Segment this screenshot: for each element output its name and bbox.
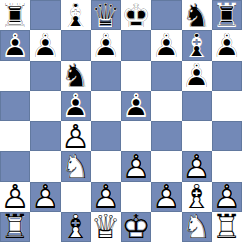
square-a5[interactable]	[0, 91, 30, 121]
square-a4[interactable]	[0, 121, 30, 151]
chess-board: ♜♖♝♗♛♕♚♔♞♘♜♖♟♙♟♙♟♙♟♙♝♗♟♙♞♘♟♙♟♙♟♙♟♙♞♘♟♙♟♙…	[0, 0, 242, 242]
piece-outline-layer: ♙	[212, 30, 242, 60]
square-e4[interactable]	[121, 121, 151, 151]
black-pawn[interactable]: ♟♙	[0, 30, 30, 60]
piece-fill-layer: ♞	[182, 212, 212, 242]
piece-fill-layer: ♟	[121, 151, 151, 181]
black-knight[interactable]: ♞♘	[182, 0, 212, 30]
piece-fill-layer: ♟	[30, 182, 60, 212]
piece-outline-layer: ♕	[91, 212, 121, 242]
square-e3[interactable]: ♟♙	[121, 151, 151, 181]
black-pawn[interactable]: ♟♙	[151, 30, 181, 60]
piece-fill-layer: ♝	[182, 30, 212, 60]
piece-fill-layer: ♚	[121, 212, 151, 242]
square-b7[interactable]: ♟♙	[30, 30, 60, 60]
piece-fill-layer: ♟	[151, 30, 181, 60]
piece-fill-layer: ♞	[182, 0, 212, 30]
white-knight[interactable]: ♞♘	[182, 212, 212, 242]
square-h6[interactable]	[212, 61, 242, 91]
piece-fill-layer: ♟	[30, 30, 60, 60]
black-pawn[interactable]: ♟♙	[212, 30, 242, 60]
square-d1[interactable]: ♛♕	[91, 212, 121, 242]
piece-fill-layer: ♟	[91, 182, 121, 212]
piece-outline-layer: ♘	[182, 212, 212, 242]
black-pawn[interactable]: ♟♙	[30, 30, 60, 60]
square-a3[interactable]	[0, 151, 30, 181]
white-bishop[interactable]: ♝♗	[182, 182, 212, 212]
square-f2[interactable]: ♟♙	[151, 182, 181, 212]
white-rook[interactable]: ♜♖	[0, 212, 30, 242]
square-e2[interactable]	[121, 182, 151, 212]
piece-outline-layer: ♙	[30, 182, 60, 212]
white-pawn[interactable]: ♟♙	[212, 182, 242, 212]
black-pawn[interactable]: ♟♙	[121, 91, 151, 121]
white-bishop[interactable]: ♝♗	[61, 212, 91, 242]
square-h8[interactable]: ♜♖	[212, 0, 242, 30]
square-h2[interactable]: ♟♙	[212, 182, 242, 212]
piece-fill-layer: ♟	[61, 121, 91, 151]
square-c4[interactable]: ♟♙	[61, 121, 91, 151]
white-pawn[interactable]: ♟♙	[121, 151, 151, 181]
piece-fill-layer: ♛	[91, 0, 121, 30]
square-d6[interactable]	[91, 61, 121, 91]
piece-outline-layer: ♗	[182, 182, 212, 212]
black-pawn[interactable]: ♟♙	[61, 91, 91, 121]
piece-fill-layer: ♟	[151, 182, 181, 212]
square-h4[interactable]	[212, 121, 242, 151]
piece-outline-layer: ♔	[121, 0, 151, 30]
square-b5[interactable]	[30, 91, 60, 121]
piece-outline-layer: ♙	[91, 30, 121, 60]
square-b1[interactable]	[30, 212, 60, 242]
square-g3[interactable]: ♟♙	[182, 151, 212, 181]
square-b3[interactable]	[30, 151, 60, 181]
piece-outline-layer: ♙	[121, 91, 151, 121]
piece-outline-layer: ♘	[182, 0, 212, 30]
square-e1[interactable]: ♚♔	[121, 212, 151, 242]
piece-outline-layer: ♗	[61, 212, 91, 242]
piece-outline-layer: ♙	[0, 182, 30, 212]
square-b6[interactable]	[30, 61, 60, 91]
piece-outline-layer: ♙	[61, 121, 91, 151]
square-d5[interactable]	[91, 91, 121, 121]
square-e7[interactable]	[121, 30, 151, 60]
black-rook[interactable]: ♜♖	[0, 0, 30, 30]
piece-outline-layer: ♗	[182, 30, 212, 60]
white-pawn[interactable]: ♟♙	[0, 182, 30, 212]
square-h5[interactable]	[212, 91, 242, 121]
square-f3[interactable]	[151, 151, 181, 181]
white-pawn[interactable]: ♟♙	[182, 151, 212, 181]
black-queen[interactable]: ♛♕	[91, 0, 121, 30]
square-c6[interactable]: ♞♘	[61, 61, 91, 91]
piece-fill-layer: ♟	[121, 91, 151, 121]
piece-fill-layer: ♟	[0, 30, 30, 60]
piece-fill-layer: ♞	[61, 61, 91, 91]
piece-fill-layer: ♟	[61, 91, 91, 121]
square-g4[interactable]	[182, 121, 212, 151]
square-g8[interactable]: ♞♘	[182, 0, 212, 30]
square-f7[interactable]: ♟♙	[151, 30, 181, 60]
black-pawn[interactable]: ♟♙	[182, 61, 212, 91]
square-a2[interactable]: ♟♙	[0, 182, 30, 212]
piece-outline-layer: ♙	[121, 151, 151, 181]
piece-fill-layer: ♜	[0, 212, 30, 242]
square-g6[interactable]: ♟♙	[182, 61, 212, 91]
square-a7[interactable]: ♟♙	[0, 30, 30, 60]
piece-outline-layer: ♔	[121, 212, 151, 242]
piece-outline-layer: ♙	[0, 30, 30, 60]
piece-outline-layer: ♘	[61, 61, 91, 91]
square-a8[interactable]: ♜♖	[0, 0, 30, 30]
square-f6[interactable]	[151, 61, 181, 91]
piece-outline-layer: ♙	[30, 30, 60, 60]
piece-outline-layer: ♙	[182, 61, 212, 91]
piece-fill-layer: ♟	[212, 30, 242, 60]
piece-fill-layer: ♜	[0, 0, 30, 30]
piece-outline-layer: ♙	[91, 182, 121, 212]
square-a6[interactable]	[0, 61, 30, 91]
piece-fill-layer: ♚	[121, 0, 151, 30]
piece-fill-layer: ♝	[61, 0, 91, 30]
piece-fill-layer: ♟	[182, 151, 212, 181]
square-b4[interactable]	[30, 121, 60, 151]
piece-fill-layer: ♝	[61, 212, 91, 242]
piece-fill-layer: ♞	[61, 151, 91, 181]
piece-outline-layer: ♖	[0, 0, 30, 30]
black-bishop[interactable]: ♝♗	[182, 30, 212, 60]
white-pawn[interactable]: ♟♙	[91, 182, 121, 212]
square-h7[interactable]: ♟♙	[212, 30, 242, 60]
square-c3[interactable]: ♞♘	[61, 151, 91, 181]
square-c8[interactable]: ♝♗	[61, 0, 91, 30]
black-bishop[interactable]: ♝♗	[61, 0, 91, 30]
piece-fill-layer: ♟	[0, 182, 30, 212]
piece-fill-layer: ♟	[212, 182, 242, 212]
square-d4[interactable]	[91, 121, 121, 151]
square-d2[interactable]: ♟♙	[91, 182, 121, 212]
square-d8[interactable]: ♛♕	[91, 0, 121, 30]
piece-fill-layer: ♜	[212, 212, 242, 242]
square-a1[interactable]: ♜♖	[0, 212, 30, 242]
piece-outline-layer: ♙	[151, 182, 181, 212]
white-rook[interactable]: ♜♖	[212, 212, 242, 242]
square-f8[interactable]	[151, 0, 181, 30]
black-knight[interactable]: ♞♘	[61, 61, 91, 91]
square-e5[interactable]: ♟♙	[121, 91, 151, 121]
white-pawn[interactable]: ♟♙	[61, 121, 91, 151]
square-g1[interactable]: ♞♘	[182, 212, 212, 242]
square-c2[interactable]	[61, 182, 91, 212]
white-king[interactable]: ♚♔	[121, 212, 151, 242]
piece-fill-layer: ♛	[91, 212, 121, 242]
square-c1[interactable]: ♝♗	[61, 212, 91, 242]
piece-outline-layer: ♖	[212, 0, 242, 30]
square-c7[interactable]	[61, 30, 91, 60]
white-queen[interactable]: ♛♕	[91, 212, 121, 242]
square-f5[interactable]	[151, 91, 181, 121]
piece-outline-layer: ♖	[212, 212, 242, 242]
square-h1[interactable]: ♜♖	[212, 212, 242, 242]
piece-fill-layer: ♟	[182, 61, 212, 91]
square-g7[interactable]: ♝♗	[182, 30, 212, 60]
black-rook[interactable]: ♜♖	[212, 0, 242, 30]
piece-fill-layer: ♟	[91, 30, 121, 60]
piece-outline-layer: ♕	[91, 0, 121, 30]
square-g2[interactable]: ♝♗	[182, 182, 212, 212]
piece-outline-layer: ♖	[0, 212, 30, 242]
black-pawn[interactable]: ♟♙	[91, 30, 121, 60]
square-g5[interactable]	[182, 91, 212, 121]
square-e8[interactable]: ♚♔	[121, 0, 151, 30]
white-knight[interactable]: ♞♘	[61, 151, 91, 181]
square-c5[interactable]: ♟♙	[61, 91, 91, 121]
square-d3[interactable]	[91, 151, 121, 181]
white-pawn[interactable]: ♟♙	[151, 182, 181, 212]
piece-outline-layer: ♙	[182, 151, 212, 181]
square-b8[interactable]	[30, 0, 60, 30]
piece-outline-layer: ♗	[61, 0, 91, 30]
square-d7[interactable]: ♟♙	[91, 30, 121, 60]
square-h3[interactable]	[212, 151, 242, 181]
piece-fill-layer: ♝	[182, 182, 212, 212]
square-f1[interactable]	[151, 212, 181, 242]
square-f4[interactable]	[151, 121, 181, 151]
square-b2[interactable]: ♟♙	[30, 182, 60, 212]
piece-outline-layer: ♙	[61, 91, 91, 121]
piece-outline-layer: ♙	[151, 30, 181, 60]
piece-outline-layer: ♘	[61, 151, 91, 181]
black-king[interactable]: ♚♔	[121, 0, 151, 30]
piece-fill-layer: ♜	[212, 0, 242, 30]
square-e6[interactable]	[121, 61, 151, 91]
white-pawn[interactable]: ♟♙	[30, 182, 60, 212]
piece-outline-layer: ♙	[212, 182, 242, 212]
